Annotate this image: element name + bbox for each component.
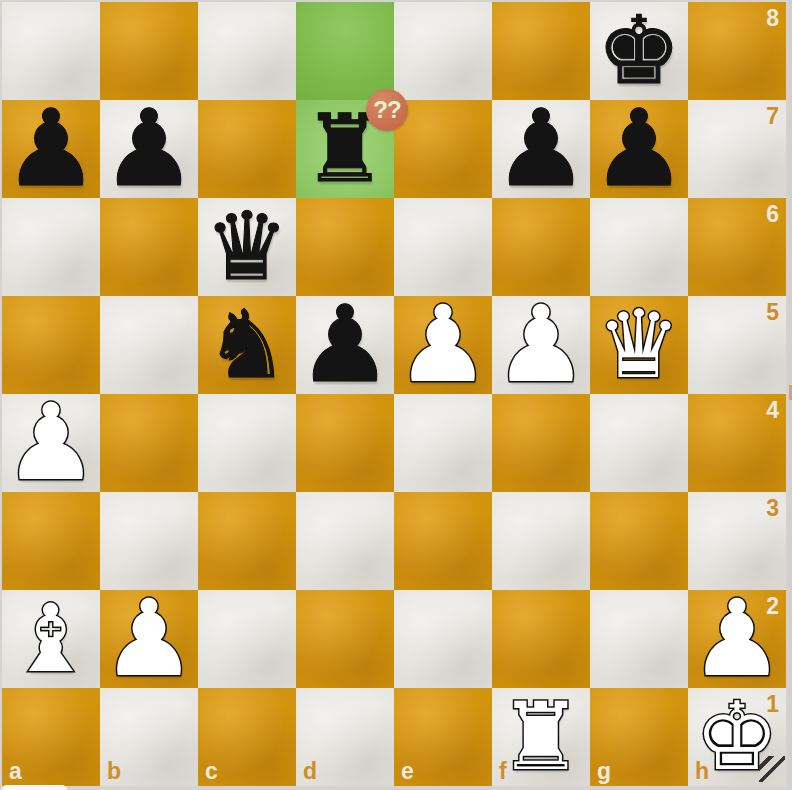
rank-label-2: 2 <box>766 595 779 618</box>
square-e1[interactable]: e <box>394 688 492 786</box>
square-a5[interactable] <box>2 296 100 394</box>
white-bishop-icon[interactable]: ♝ <box>9 592 93 686</box>
square-a6[interactable] <box>2 198 100 296</box>
black-queen-icon[interactable]: ♛ <box>205 200 289 294</box>
square-h5[interactable]: 5 <box>688 296 786 394</box>
square-e3[interactable] <box>394 492 492 590</box>
square-a3[interactable] <box>2 492 100 590</box>
square-a8[interactable] <box>2 2 100 100</box>
square-d3[interactable] <box>296 492 394 590</box>
square-h8[interactable]: 8 <box>688 2 786 100</box>
white-pawn-icon[interactable]: ♟ <box>493 292 588 398</box>
square-a1[interactable]: a <box>2 688 100 786</box>
rank-label-4: 4 <box>766 399 779 422</box>
file-label-b: b <box>107 760 121 783</box>
black-pawn-icon[interactable]: ♟ <box>101 96 196 202</box>
square-c6[interactable]: ♛ <box>198 198 296 296</box>
square-b6[interactable] <box>100 198 198 296</box>
black-king-icon[interactable]: ♚ <box>597 4 681 98</box>
square-f4[interactable] <box>492 394 590 492</box>
square-g6[interactable] <box>590 198 688 296</box>
square-e7[interactable] <box>394 100 492 198</box>
square-f5[interactable]: ♟ <box>492 296 590 394</box>
square-d2[interactable] <box>296 590 394 688</box>
white-queen-icon[interactable]: ♛ <box>597 298 681 392</box>
square-g4[interactable] <box>590 394 688 492</box>
square-b8[interactable] <box>100 2 198 100</box>
square-e4[interactable] <box>394 394 492 492</box>
square-g3[interactable] <box>590 492 688 590</box>
popup-top-edge <box>2 785 67 790</box>
square-a7[interactable]: ♟ <box>2 100 100 198</box>
square-g5[interactable]: ♛ <box>590 296 688 394</box>
square-e5[interactable]: ♟ <box>394 296 492 394</box>
rank-label-7: 7 <box>766 105 779 128</box>
file-label-d: d <box>303 760 317 783</box>
square-f6[interactable] <box>492 198 590 296</box>
rank-label-5: 5 <box>766 301 779 324</box>
square-f7[interactable]: ♟ <box>492 100 590 198</box>
rank-label-6: 6 <box>766 203 779 226</box>
file-label-g: g <box>597 760 611 783</box>
white-rook-icon[interactable]: ♜ <box>499 690 583 784</box>
black-pawn-icon[interactable]: ♟ <box>591 96 686 202</box>
square-e6[interactable] <box>394 198 492 296</box>
square-g1[interactable]: g <box>590 688 688 786</box>
square-d4[interactable] <box>296 394 394 492</box>
square-d1[interactable]: d <box>296 688 394 786</box>
square-h4[interactable]: 4 <box>688 394 786 492</box>
square-g2[interactable] <box>590 590 688 688</box>
square-c7[interactable] <box>198 100 296 198</box>
file-label-e: e <box>401 760 414 783</box>
square-f8[interactable] <box>492 2 590 100</box>
square-a2[interactable]: ♝ <box>2 590 100 688</box>
square-d8[interactable] <box>296 2 394 100</box>
black-pawn-icon[interactable]: ♟ <box>493 96 588 202</box>
square-b2[interactable]: ♟ <box>100 590 198 688</box>
square-f3[interactable] <box>492 492 590 590</box>
white-pawn-icon[interactable]: ♟ <box>395 292 490 398</box>
square-h6[interactable]: 6 <box>688 198 786 296</box>
chess-app-page: ♚8♟♟♜♟♟7♛6♞♟♟♟♛5♟43♝♟♟2abcde♜fg♚1h ?? <box>0 0 792 790</box>
square-d6[interactable] <box>296 198 394 296</box>
black-pawn-icon[interactable]: ♟ <box>297 292 392 398</box>
square-e8[interactable] <box>394 2 492 100</box>
square-c1[interactable]: c <box>198 688 296 786</box>
file-label-h: h <box>695 760 709 783</box>
square-a4[interactable]: ♟ <box>2 394 100 492</box>
square-h2[interactable]: ♟2 <box>688 590 786 688</box>
square-c8[interactable] <box>198 2 296 100</box>
rank-label-8: 8 <box>766 7 779 30</box>
square-b4[interactable] <box>100 394 198 492</box>
square-f1[interactable]: ♜f <box>492 688 590 786</box>
square-b5[interactable] <box>100 296 198 394</box>
square-h7[interactable]: 7 <box>688 100 786 198</box>
square-g8[interactable]: ♚ <box>590 2 688 100</box>
file-label-f: f <box>499 760 507 783</box>
square-d5[interactable]: ♟ <box>296 296 394 394</box>
file-label-a: a <box>9 760 22 783</box>
rank-label-3: 3 <box>766 497 779 520</box>
rank-label-1: 1 <box>766 693 779 716</box>
square-b7[interactable]: ♟ <box>100 100 198 198</box>
board-resize-handle-icon[interactable] <box>759 756 785 782</box>
square-b3[interactable] <box>100 492 198 590</box>
white-pawn-icon[interactable]: ♟ <box>101 586 196 692</box>
white-pawn-icon[interactable]: ♟ <box>3 390 98 496</box>
blunder-badge-icon: ?? <box>366 89 408 131</box>
square-h3[interactable]: 3 <box>688 492 786 590</box>
square-c5[interactable]: ♞ <box>198 296 296 394</box>
square-b1[interactable]: b <box>100 688 198 786</box>
square-f2[interactable] <box>492 590 590 688</box>
square-g7[interactable]: ♟ <box>590 100 688 198</box>
square-c2[interactable] <box>198 590 296 688</box>
black-pawn-icon[interactable]: ♟ <box>3 96 98 202</box>
square-c4[interactable] <box>198 394 296 492</box>
black-knight-icon[interactable]: ♞ <box>205 298 289 392</box>
square-c3[interactable] <box>198 492 296 590</box>
square-e2[interactable] <box>394 590 492 688</box>
file-label-c: c <box>205 760 218 783</box>
